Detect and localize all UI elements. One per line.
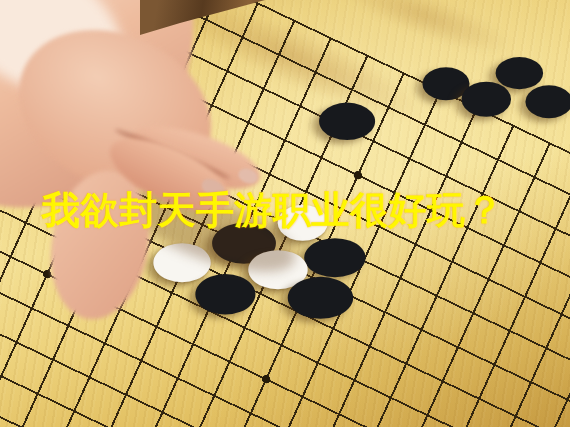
black-stone[interactable]: ● [526, 82, 570, 114]
go-photo-scene: ●●●●●●●●●●●● 我欲封天手游职业很好玩？ [0, 0, 570, 427]
black-stone[interactable]: ● [288, 273, 352, 314]
black-stone[interactable]: ● [320, 99, 374, 135]
black-stone[interactable]: ● [196, 270, 254, 309]
black-stone[interactable]: ● [462, 78, 510, 112]
caption-text: 我欲封天手游职业很好玩？ [42, 185, 504, 236]
